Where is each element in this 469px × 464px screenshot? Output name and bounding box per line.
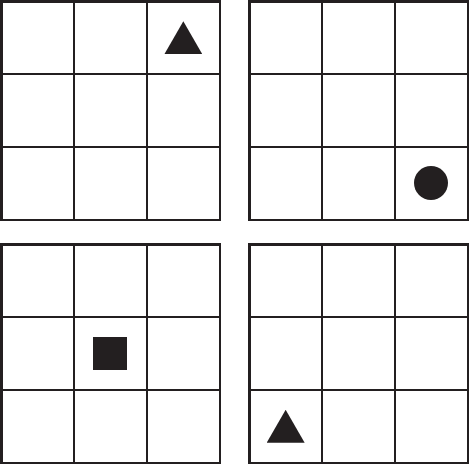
cell-r0c2: [396, 3, 466, 73]
board-top-left: [0, 0, 221, 221]
square-shape: [93, 337, 127, 370]
cell-r1c0: [3, 75, 73, 145]
puzzle-panel: [0, 0, 469, 464]
board-bottom-left: [0, 243, 221, 464]
cell-r1c1: [75, 318, 145, 388]
cell-r1c1: [75, 75, 145, 145]
cell-r2c0: [251, 148, 321, 218]
cell-r0c1: [75, 246, 145, 316]
cell-r1c2: [148, 318, 218, 388]
cell-r2c1: [323, 391, 393, 461]
cell-r2c0: [3, 391, 73, 461]
cell-r0c0: [251, 246, 321, 316]
cell-r0c1: [323, 246, 393, 316]
circle-shape: [414, 166, 448, 200]
cell-r0c0: [3, 246, 73, 316]
cell-r1c1: [323, 318, 393, 388]
cell-r2c2: [396, 148, 466, 218]
cell-r2c1: [323, 148, 393, 218]
cell-r0c2: [148, 246, 218, 316]
cell-r1c2: [148, 75, 218, 145]
cell-r2c1: [75, 148, 145, 218]
cell-r2c2: [396, 391, 466, 461]
cell-r1c0: [3, 318, 73, 388]
cell-r2c0: [3, 148, 73, 218]
cell-r2c2: [148, 148, 218, 218]
cell-r2c2: [148, 391, 218, 461]
cell-r2c1: [75, 391, 145, 461]
cell-r0c2: [148, 3, 218, 73]
board-top-right: [248, 0, 469, 221]
board-bottom-right: [248, 243, 469, 464]
cell-r0c0: [251, 3, 321, 73]
cell-r0c0: [3, 3, 73, 73]
triangle-shape: [164, 21, 202, 54]
triangle-shape: [267, 410, 305, 443]
cell-r2c0: [251, 391, 321, 461]
cell-r0c2: [396, 246, 466, 316]
cell-r1c2: [396, 75, 466, 145]
cell-r1c1: [323, 75, 393, 145]
cell-r0c1: [323, 3, 393, 73]
cell-r0c1: [75, 3, 145, 73]
cell-r1c2: [396, 318, 466, 388]
cell-r1c0: [251, 75, 321, 145]
cell-r1c0: [251, 318, 321, 388]
